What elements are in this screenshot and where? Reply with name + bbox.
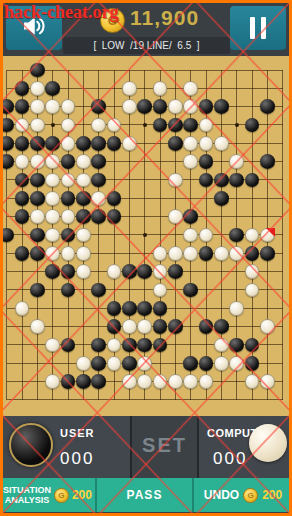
grid-line xyxy=(7,399,283,400)
stone-white xyxy=(183,99,198,114)
stone-black xyxy=(107,301,122,316)
stone-white xyxy=(30,154,45,169)
stone-white xyxy=(229,154,244,169)
stone-black xyxy=(107,191,122,206)
stone-white xyxy=(61,209,76,224)
stone-black xyxy=(137,99,152,114)
stone-white xyxy=(199,374,214,389)
stone-black xyxy=(61,283,76,298)
stone-white xyxy=(91,118,106,133)
star-point xyxy=(143,233,147,237)
stone-black xyxy=(30,136,45,151)
stone-black xyxy=(260,154,275,169)
stone-white xyxy=(122,99,137,114)
stone-white xyxy=(214,246,229,261)
stone-white xyxy=(45,99,60,114)
grid-line xyxy=(282,70,283,400)
stone-black xyxy=(183,283,198,298)
stone-white xyxy=(153,283,168,298)
stone-black xyxy=(61,264,76,279)
stone-white xyxy=(153,374,168,389)
stone-black xyxy=(76,374,91,389)
set-label: SET xyxy=(132,434,197,457)
stone-black xyxy=(137,338,152,353)
stone-white xyxy=(61,246,76,261)
stone-white xyxy=(229,301,244,316)
stone-white xyxy=(76,246,91,261)
stone-black xyxy=(122,301,137,316)
stone-black xyxy=(183,356,198,371)
stone-white xyxy=(76,228,91,243)
stone-black xyxy=(91,283,106,298)
stone-black xyxy=(91,173,106,188)
stone-white xyxy=(15,154,30,169)
stone-black xyxy=(153,118,168,133)
situation-analysis-label: SITUATION ANALYSIS xyxy=(3,485,51,505)
go-game-app: G 11,900 [ LOW /19 LINE/ 6.5 ] USER 000 … xyxy=(0,0,292,516)
stone-black xyxy=(168,319,183,334)
stone-white xyxy=(122,136,137,151)
stone-white xyxy=(153,81,168,96)
stone-black xyxy=(245,246,260,261)
stone-black xyxy=(214,99,229,114)
go-board[interactable] xyxy=(0,56,292,416)
stone-black xyxy=(61,154,76,169)
stone-white xyxy=(183,246,198,261)
stone-black xyxy=(214,319,229,334)
star-point xyxy=(143,123,147,127)
stone-white xyxy=(168,374,183,389)
stone-black xyxy=(91,209,106,224)
computer-score: 000 xyxy=(213,449,247,469)
stone-white xyxy=(214,338,229,353)
stone-white xyxy=(168,246,183,261)
stone-white xyxy=(199,228,214,243)
stone-white xyxy=(76,356,91,371)
stone-white xyxy=(229,246,244,261)
stone-black xyxy=(30,191,45,206)
stone-white xyxy=(45,209,60,224)
stone-black xyxy=(137,264,152,279)
stone-white xyxy=(45,191,60,206)
stone-black xyxy=(30,173,45,188)
stone-white xyxy=(61,118,76,133)
stone-black xyxy=(153,319,168,334)
stone-black xyxy=(153,338,168,353)
pass-button[interactable]: PASS xyxy=(97,478,192,512)
stone-black xyxy=(30,63,45,78)
stone-black xyxy=(91,374,106,389)
stone-black xyxy=(76,209,91,224)
stone-black xyxy=(122,338,137,353)
stone-white xyxy=(76,264,91,279)
stone-black xyxy=(30,228,45,243)
stone-black xyxy=(91,356,106,371)
stone-white xyxy=(168,99,183,114)
stone-white xyxy=(199,118,214,133)
stone-white xyxy=(183,154,198,169)
stone-black xyxy=(76,136,91,151)
stone-white xyxy=(153,246,168,261)
stone-black xyxy=(199,99,214,114)
stone-white xyxy=(61,99,76,114)
stone-white xyxy=(260,374,275,389)
stone-white xyxy=(183,81,198,96)
stone-black xyxy=(107,136,122,151)
stone-white xyxy=(76,154,91,169)
stone-white xyxy=(45,173,60,188)
stone-black xyxy=(15,173,30,188)
stone-white xyxy=(137,319,152,334)
stone-white xyxy=(168,173,183,188)
stone-white xyxy=(245,283,260,298)
stone-white xyxy=(122,374,137,389)
stone-white xyxy=(15,118,30,133)
pause-button[interactable] xyxy=(230,6,286,50)
stone-black xyxy=(199,246,214,261)
stone-black xyxy=(45,136,60,151)
undo-label: UNDO xyxy=(204,488,239,502)
stone-white xyxy=(260,319,275,334)
stone-black xyxy=(61,374,76,389)
stone-white xyxy=(168,209,183,224)
stone-white xyxy=(183,374,198,389)
stone-white xyxy=(122,81,137,96)
undo-button[interactable]: UNDO G 200 xyxy=(194,478,292,512)
black-stone-icon xyxy=(9,423,53,467)
situation-analysis-button[interactable]: SITUATION ANALYSIS G 200 xyxy=(0,478,95,512)
stone-black xyxy=(61,191,76,206)
stone-black xyxy=(168,264,183,279)
last-move-marker xyxy=(266,228,275,237)
stone-black xyxy=(91,136,106,151)
stone-black xyxy=(245,118,260,133)
stone-white xyxy=(153,264,168,279)
stone-black xyxy=(153,301,168,316)
stone-white xyxy=(61,136,76,151)
stone-white xyxy=(107,118,122,133)
pause-icon xyxy=(250,17,266,39)
stone-black xyxy=(91,338,106,353)
stone-black xyxy=(15,191,30,206)
stone-black xyxy=(30,246,45,261)
computer-panel: COMPUTER 000 xyxy=(199,416,292,478)
stone-black xyxy=(15,136,30,151)
coin-balance: 11,900 xyxy=(130,6,230,30)
stone-black xyxy=(15,81,30,96)
stone-black xyxy=(245,173,260,188)
stone-white xyxy=(137,356,152,371)
stone-black xyxy=(229,173,244,188)
stone-black xyxy=(122,356,137,371)
stone-black xyxy=(260,246,275,261)
stone-white xyxy=(76,173,91,188)
stone-white xyxy=(30,99,45,114)
score-panel: USER 000 SET COMPUTER 000 xyxy=(0,416,292,478)
coin-icon: G xyxy=(54,488,69,503)
stone-black xyxy=(0,99,14,114)
stone-white xyxy=(245,374,260,389)
stone-black xyxy=(260,99,275,114)
stone-white xyxy=(30,319,45,334)
stone-black xyxy=(229,338,244,353)
stone-black xyxy=(15,209,30,224)
stone-white xyxy=(45,374,60,389)
stone-black xyxy=(168,136,183,151)
stone-black xyxy=(199,154,214,169)
star-point xyxy=(235,123,239,127)
stone-black xyxy=(214,191,229,206)
stone-black xyxy=(0,118,14,133)
stone-black xyxy=(229,228,244,243)
coin-icon: G xyxy=(243,488,258,503)
stone-white xyxy=(199,136,214,151)
stone-white xyxy=(45,154,60,169)
stone-black xyxy=(122,264,137,279)
stone-black xyxy=(91,99,106,114)
stone-black xyxy=(0,154,14,169)
stone-black xyxy=(15,246,30,261)
stone-black xyxy=(199,173,214,188)
stone-black xyxy=(0,136,14,151)
stone-white xyxy=(122,319,137,334)
stone-black xyxy=(199,319,214,334)
user-label: USER xyxy=(60,427,95,439)
stone-white xyxy=(183,136,198,151)
stone-white xyxy=(91,191,106,206)
stone-black xyxy=(76,191,91,206)
stone-white xyxy=(61,173,76,188)
stone-black xyxy=(199,356,214,371)
stone-white xyxy=(45,246,60,261)
stone-black xyxy=(107,209,122,224)
stone-black xyxy=(183,118,198,133)
game-info-bar: [ LOW /19 LINE/ 6.5 ] xyxy=(63,37,230,54)
user-score: 000 xyxy=(60,449,94,469)
stone-black xyxy=(15,99,30,114)
stone-white xyxy=(245,228,260,243)
stone-black xyxy=(30,283,45,298)
stone-white xyxy=(214,136,229,151)
stone-black xyxy=(91,154,106,169)
action-bar: SITUATION ANALYSIS G 200 PASS UNDO G 200 xyxy=(0,478,292,512)
stone-white xyxy=(229,356,244,371)
stone-black xyxy=(245,338,260,353)
set-button[interactable]: SET xyxy=(132,416,197,478)
stone-white xyxy=(183,228,198,243)
stone-white xyxy=(30,118,45,133)
star-point xyxy=(51,123,55,127)
stone-white xyxy=(45,228,60,243)
stone-white xyxy=(30,81,45,96)
white-stone-icon xyxy=(249,424,287,462)
grid-line xyxy=(7,289,283,290)
stone-black xyxy=(107,319,122,334)
stone-white xyxy=(214,356,229,371)
stone-black xyxy=(168,118,183,133)
stone-white xyxy=(245,264,260,279)
stone-white xyxy=(45,338,60,353)
undo-cost: 200 xyxy=(262,488,282,502)
watermark-text: hack-cheat.org xyxy=(4,2,118,23)
stone-black xyxy=(45,264,60,279)
stone-white xyxy=(107,338,122,353)
stone-black xyxy=(61,338,76,353)
situation-analysis-cost: 200 xyxy=(72,488,92,502)
stone-black xyxy=(245,356,260,371)
stone-black xyxy=(137,301,152,316)
stone-white xyxy=(107,356,122,371)
stone-white xyxy=(30,209,45,224)
stone-white xyxy=(107,264,122,279)
stone-black xyxy=(183,209,198,224)
stone-black xyxy=(61,228,76,243)
stone-white xyxy=(15,301,30,316)
stone-black xyxy=(0,228,14,243)
stone-black xyxy=(153,99,168,114)
user-panel: USER 000 xyxy=(0,416,130,478)
stone-white xyxy=(137,374,152,389)
stone-black xyxy=(214,173,229,188)
stone-black xyxy=(45,81,60,96)
